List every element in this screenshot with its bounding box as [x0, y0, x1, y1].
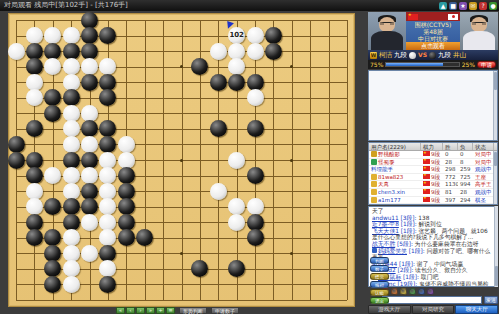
board-toolbar: «‹›»+≡形势判断申请数子 — [116, 306, 239, 314]
quick-button-认输[interactable]: 认输 — [370, 289, 389, 296]
user-status: 王座 — [473, 174, 494, 181]
chat-message: mcmc [19段]: 鬼佬不容威胁不懂四当局检棋 — [372, 281, 492, 287]
user-wins: 28 — [443, 159, 458, 166]
stone-black — [81, 198, 98, 215]
stone-white — [99, 198, 116, 215]
star-point — [290, 252, 293, 255]
user-rank: 9段 — [421, 174, 443, 181]
info-list-panel — [368, 70, 498, 141]
chat-message: 天了 — [372, 208, 492, 215]
shirt — [463, 31, 495, 50]
chat-text: 138 — [418, 215, 429, 221]
stone-white — [210, 43, 227, 60]
table-scrollbar[interactable] — [493, 151, 497, 204]
user-losses: 294 — [458, 197, 473, 204]
stone-black — [63, 198, 80, 215]
stone-white — [63, 245, 80, 262]
stone-white — [26, 74, 43, 91]
chat-username[interactable]: 战无不胜 — [372, 241, 395, 247]
match-panel: 围棋(CCTV5) 第48届 中日对抗赛 点击观看 — [406, 12, 460, 50]
stone-black — [26, 152, 43, 169]
chat-text: 天了 — [372, 208, 384, 214]
left-player-photo — [368, 12, 406, 50]
chat-user-rank: [1段]: — [397, 261, 417, 267]
user-losses: 8 — [458, 159, 473, 166]
stone-black — [81, 27, 98, 44]
stone-white — [81, 167, 98, 184]
stone-white — [26, 27, 43, 44]
stone-black — [191, 260, 208, 277]
tab-游戏大厅[interactable]: 游戏大厅 — [368, 305, 411, 314]
stone-white — [99, 260, 116, 277]
chat-message: xzcsad2 [2段]: 读包分久、救自分久 — [372, 267, 492, 274]
stone-white — [247, 43, 264, 60]
user-row[interactable]: chen3.xin9段8128观战中 — [369, 189, 497, 197]
suit — [371, 31, 403, 50]
stone-black — [26, 120, 43, 137]
stone-white: 102 — [228, 27, 245, 44]
match-flags — [406, 12, 460, 21]
board-nav-button[interactable]: ≡ — [166, 307, 175, 314]
stone-white — [99, 214, 116, 231]
stone-white — [228, 214, 245, 231]
chat-user-rank: [1段]: — [401, 274, 421, 280]
chat-text: 解说到位 — [419, 221, 442, 227]
user-icon — [371, 174, 377, 180]
china-flag-icon — [423, 159, 430, 164]
stone-white — [118, 136, 135, 153]
emoticon-icon[interactable] — [418, 288, 425, 295]
user-wins: 772 — [443, 174, 458, 181]
stone-white — [81, 214, 98, 231]
star-point — [290, 159, 293, 162]
chat-message: 妈妈爱笑笑 [1段]: 问题对答了吧、哪有什么事见 — [372, 248, 492, 261]
user-rank: 9段 — [421, 151, 443, 158]
stone-white — [81, 136, 98, 153]
window-title: 对局观看 残局中[第102手] - [共176手] — [4, 1, 128, 9]
white-stone-icon — [409, 52, 416, 59]
emoticon-icon[interactable] — [400, 288, 407, 295]
user-table: 用户名(2229)棋力胜负状态 野桃酸影9段00对局中怪蜀黍9段288对局中料理… — [368, 142, 498, 205]
player-bar: 围棋(CCTV5) 第48届 中日对抗赛 点击观看 — [368, 12, 498, 50]
stone-black — [136, 229, 153, 246]
user-row[interactable]: 天真9段1130994高手王 — [369, 181, 497, 189]
user-icon — [371, 151, 377, 157]
user-icon — [371, 189, 377, 195]
quick-button-判断[interactable]: 判断 — [370, 257, 389, 264]
stone-black — [247, 74, 264, 91]
stone-black — [26, 167, 43, 184]
user-rank: 9段 — [421, 166, 443, 173]
chat-user-rank: [3段]: — [399, 215, 419, 221]
stone-black — [247, 229, 264, 246]
user-row[interactable]: 怪蜀黍9段288对局中 — [369, 159, 497, 167]
scroll-thumb[interactable] — [494, 152, 497, 166]
stone-white — [63, 58, 80, 75]
stone-white — [26, 89, 43, 106]
user-icon — [371, 181, 377, 187]
user-name: 81wa823 — [369, 174, 421, 181]
user-name: a1m177 — [369, 197, 421, 204]
match-line-2: 第48届 — [406, 28, 460, 35]
stone-white — [26, 198, 43, 215]
china-flag-icon — [423, 151, 430, 156]
board-action-button[interactable]: 形势判断 — [179, 307, 207, 314]
stone-black — [63, 89, 80, 106]
stone-white — [26, 183, 43, 200]
quick-button-数子[interactable]: 数子 — [370, 265, 389, 272]
stone-black — [26, 214, 43, 231]
match-line-1: 围棋(CCTV5) — [406, 21, 460, 28]
column-header[interactable]: 胜 — [443, 143, 458, 150]
stone-white — [210, 183, 227, 200]
progress-fill — [386, 63, 442, 66]
stone-black — [118, 198, 135, 215]
vs-label: VS — [418, 50, 427, 60]
stone-white — [99, 167, 116, 184]
grid-line-v — [218, 20, 219, 300]
stone-black — [118, 214, 135, 231]
stone-white — [81, 105, 98, 122]
stone-white — [99, 58, 116, 75]
chat-username[interactable]: andwu11 — [372, 215, 399, 221]
user-status: 高手王 — [473, 181, 494, 188]
stone-white — [63, 183, 80, 200]
column-header[interactable]: 负 — [458, 143, 473, 150]
stone-black — [8, 136, 25, 153]
right-player-photo — [460, 12, 498, 50]
stone-white — [63, 276, 80, 293]
board-nav-button[interactable]: » — [146, 307, 155, 314]
left-player-rank: 九段 — [394, 50, 407, 60]
stone-black — [118, 183, 135, 200]
go-board[interactable]: 102 — [8, 13, 355, 307]
bottom-tabs: 游戏大厅对局研究聊天大厅 — [368, 305, 498, 314]
stone-black — [81, 183, 98, 200]
user-status: 棋圣 — [473, 197, 494, 204]
right-percent: 25% — [462, 61, 475, 68]
glasses — [472, 22, 486, 25]
stone-white — [99, 229, 116, 246]
tab-对局研究[interactable]: 对局研究 — [412, 305, 455, 314]
user-table-body: 野桃酸影9段00对局中怪蜀黍9段288对局中料理能手9段298259观战中81w… — [369, 151, 497, 204]
user-wins: 298 — [443, 166, 458, 173]
stone-white — [44, 27, 61, 44]
chat-text: 读包分久、救自分久 — [415, 267, 467, 273]
grid-line-v — [255, 20, 256, 300]
user-row[interactable]: a1m1779段397294棋圣 — [369, 197, 497, 205]
tab-聊天大厅[interactable]: 聊天大厅 — [455, 305, 498, 314]
user-badge-icon — [372, 248, 377, 253]
user-losses: 0 — [458, 151, 473, 158]
stone-black — [247, 120, 264, 137]
china-flag-icon — [423, 197, 430, 202]
stone-black — [81, 74, 98, 91]
list-scrollbar[interactable] — [493, 71, 497, 140]
win-badge-icon: W — [370, 52, 377, 59]
stone-white — [228, 152, 245, 169]
stone-black — [44, 229, 61, 246]
stone-black — [265, 27, 282, 44]
winrate-bar: 75% 25% 申请 — [368, 60, 498, 69]
user-wins: 0 — [443, 151, 458, 158]
column-header[interactable]: 棋力 — [421, 143, 443, 150]
chat-message: 战无不胜 [5段]: 为什么要麻袋罩在右边呀 — [372, 241, 492, 248]
stone-black — [44, 198, 61, 215]
user-icon — [371, 159, 377, 165]
emoticon-icon[interactable] — [391, 288, 398, 295]
chat-text: 为什么要麻袋罩在右边呀 — [415, 241, 479, 247]
quick-button-悔棋[interactable]: 悔棋 — [370, 281, 389, 288]
quick-button-退出[interactable]: 退出 — [370, 297, 389, 304]
user-wins: 1130 — [443, 181, 458, 188]
last-move-number: 102 — [228, 27, 245, 44]
user-name: chen3.xin — [369, 189, 421, 196]
stone-black — [63, 152, 80, 169]
go-client-window: { "window": { "title": "对局观看 残局中[第102手] … — [0, 0, 499, 314]
user-rank: 9段 — [421, 159, 443, 166]
scroll-thumb[interactable] — [494, 72, 497, 90]
stone-black — [99, 74, 116, 91]
stone-black — [63, 43, 80, 60]
black-stone-icon — [429, 52, 436, 59]
board-nav-button[interactable]: + — [156, 307, 165, 314]
stone-black — [26, 43, 43, 60]
right-player-name: 井山 — [453, 50, 466, 60]
stone-white — [63, 260, 80, 277]
board-nav-button[interactable]: › — [136, 307, 145, 314]
stone-black — [26, 229, 43, 246]
stone-white — [63, 27, 80, 44]
stone-black — [99, 120, 116, 137]
left-player-name: 柯洁 — [379, 50, 392, 60]
chat-text: 取门吧 — [421, 274, 438, 280]
board-nav-button[interactable]: « — [116, 307, 125, 314]
grid-line-v — [273, 20, 274, 300]
stone-black — [265, 43, 282, 60]
match-highlight-button[interactable]: 点击观看 — [406, 42, 460, 50]
stone-white — [63, 136, 80, 153]
stone-black — [191, 58, 208, 75]
stone-black — [44, 276, 61, 293]
chat-message: abcd444 [1段]: 谢了、中间气场赢 — [372, 261, 492, 268]
user-icon — [371, 197, 377, 203]
chat-scrollbar[interactable] — [494, 206, 498, 287]
chat-username[interactable]: 飞天大侠1 — [372, 228, 399, 234]
stone-black — [99, 276, 116, 293]
chat-text: 谢了、中间气场赢 — [417, 261, 463, 267]
emoji-row — [382, 288, 434, 295]
china-flag-icon — [423, 174, 430, 179]
stone-black — [44, 89, 61, 106]
star-point — [180, 159, 183, 162]
star-point — [180, 252, 183, 255]
chat-user-rank: [5段]: — [395, 241, 415, 247]
stone-white — [247, 89, 264, 106]
user-rank: 9段 — [421, 189, 443, 196]
chat-input[interactable] — [382, 296, 482, 304]
left-percent: 75% — [370, 61, 383, 68]
stone-white — [247, 198, 264, 215]
column-header[interactable]: 用户名(2229) — [369, 143, 421, 150]
user-status: 对局中 — [473, 159, 494, 166]
stone-white — [63, 120, 80, 137]
stone-black — [228, 74, 245, 91]
user-status: 观战中 — [473, 166, 494, 173]
stone-white — [118, 152, 135, 169]
user-losses: 259 — [458, 166, 473, 173]
stone-black — [8, 152, 25, 169]
send-button[interactable]: 发送 — [484, 296, 498, 304]
user-rank: 9段 — [421, 181, 443, 188]
chat-message: 近7墨-甲8 [1段]: 解说到位 — [372, 221, 492, 228]
star-point — [180, 65, 183, 68]
stone-black — [247, 167, 264, 184]
stone-black — [228, 260, 245, 277]
chat-username[interactable]: 妈妈爱笑笑 — [378, 248, 407, 254]
help-icon[interactable]: ? — [479, 2, 487, 10]
quick-button-提示[interactable]: 提示 — [370, 273, 389, 280]
stone-black — [210, 74, 227, 91]
user-row[interactable]: 野桃酸影9段00对局中 — [369, 151, 497, 159]
chat-message: 飞天大侠1 [1段]: 张艺麟、两个问题、就106是什么心里想的?我说下几多句棋… — [372, 228, 492, 241]
stone-black — [44, 43, 61, 60]
stone-black — [44, 260, 61, 277]
stone-black — [118, 167, 135, 184]
china-flag-icon — [423, 166, 430, 171]
star-point — [290, 65, 293, 68]
quick-buttons: 判断数子提示悔棋认输退出 — [370, 257, 389, 304]
user-losses: 725 — [458, 174, 473, 181]
glasses — [380, 22, 394, 25]
user-losses: 28 — [458, 189, 473, 196]
stone-white — [99, 152, 116, 169]
stone-black — [99, 27, 116, 44]
china-flag-icon — [423, 189, 430, 194]
home-icon[interactable]: ■ — [449, 2, 457, 10]
stone-white — [63, 105, 80, 122]
stone-black — [118, 229, 135, 246]
china-flag-icon — [408, 14, 418, 20]
user-name: 料理能手 — [369, 166, 421, 173]
stone-black — [81, 120, 98, 137]
stone-black — [44, 245, 61, 262]
stone-black — [81, 152, 98, 169]
stone-white — [228, 58, 245, 75]
stone-white — [247, 27, 264, 44]
stone-black — [99, 89, 116, 106]
chat-message: 百味鼠标 [1段]: 取门吧 — [372, 274, 492, 281]
stone-black — [99, 136, 116, 153]
user-wins: 81 — [443, 189, 458, 196]
user-table-header: 用户名(2229)棋力胜负状态 — [369, 143, 497, 151]
stone-white — [81, 245, 98, 262]
stone-black — [26, 58, 43, 75]
progress-bar — [385, 62, 459, 67]
apply-button[interactable]: 申请 — [477, 61, 496, 68]
stone-black — [81, 43, 98, 60]
stone-white — [63, 74, 80, 91]
stone-white — [44, 167, 61, 184]
emoticon-icon[interactable] — [409, 288, 416, 295]
sound-icon[interactable]: ● — [489, 2, 497, 10]
user-name: 野桃酸影 — [369, 151, 421, 158]
stone-white — [44, 58, 61, 75]
board-nav-button[interactable]: ‹ — [126, 307, 135, 314]
top-toolbar: ▲■★✉?● — [439, 2, 497, 10]
right-player-rank: 九段 — [438, 50, 451, 60]
stone-black — [44, 105, 61, 122]
user-status: 观战中 — [473, 189, 494, 196]
japan-flag-icon — [448, 14, 458, 20]
mail-icon[interactable]: ✉ — [469, 2, 477, 10]
stone-white — [63, 167, 80, 184]
stone-black — [247, 214, 264, 231]
grid-line-h — [16, 300, 347, 301]
user-rank: 9段 — [421, 197, 443, 204]
grid-line-v — [310, 20, 311, 300]
chat-user-rank: [1段]: — [399, 221, 419, 227]
stone-black — [99, 245, 116, 262]
stone-white — [228, 43, 245, 60]
players-name-bar: W 柯洁 九段 VS 九段 井山 — [368, 50, 498, 60]
stone-black — [63, 214, 80, 231]
emoticon-icon[interactable] — [427, 288, 434, 295]
star-icon[interactable]: ★ — [459, 2, 467, 10]
column-header[interactable]: 状态 — [473, 143, 494, 150]
stone-black — [81, 12, 98, 29]
chat-user-rank: [1段]: — [399, 228, 419, 234]
user-name: 天真 — [369, 181, 421, 188]
stone-black — [210, 120, 227, 137]
user-status: 对局中 — [473, 151, 494, 158]
grid-line-v — [329, 20, 330, 300]
stone-white — [81, 58, 98, 75]
user-wins: 397 — [443, 197, 458, 204]
scroll-thumb[interactable] — [495, 266, 498, 286]
user-name: 怪蜀黍 — [369, 159, 421, 166]
chat-user-rank: [19段]: — [396, 281, 419, 287]
stone-white — [228, 198, 245, 215]
user-row[interactable]: 81wa8239段772725王座 — [369, 174, 497, 182]
match-line-3: 中日对抗赛 — [406, 35, 460, 42]
chat-user-rank: [2段]: — [396, 267, 416, 273]
grid-line-v — [347, 20, 348, 300]
board-action-button[interactable]: 申请数子 — [211, 307, 239, 314]
china-flag-icon — [423, 181, 430, 186]
stone-white — [99, 183, 116, 200]
user-losses: 994 — [458, 181, 473, 188]
chat-icon[interactable]: ▲ — [439, 2, 447, 10]
chat-username[interactable]: 近7墨-甲8 — [372, 221, 399, 227]
stone-white — [8, 43, 25, 60]
chat-user-rank: [1段]: — [407, 248, 427, 254]
stone-white — [63, 229, 80, 246]
user-row[interactable]: 料理能手9段298259观战中 — [369, 166, 497, 174]
